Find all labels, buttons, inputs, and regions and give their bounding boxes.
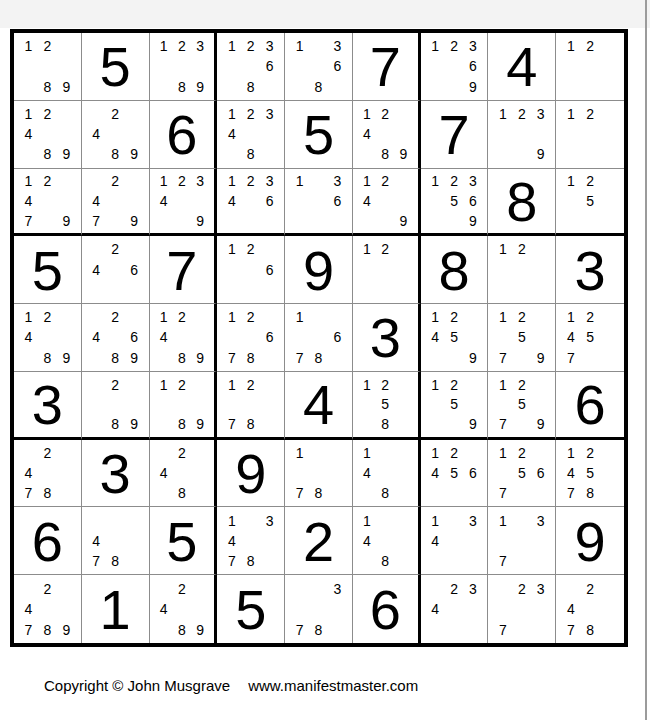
candidate-3 [531, 443, 550, 463]
candidate-5 [445, 531, 464, 551]
cell-r4c8[interactable]: 12 [488, 236, 556, 304]
cell-r6c7[interactable]: 1259 [421, 372, 489, 440]
cell-r6c4[interactable]: 1278 [217, 372, 285, 440]
candidate-3 [57, 307, 76, 327]
candidate-8: 8 [173, 414, 191, 434]
candidate-9 [260, 280, 279, 300]
candidate-4: 4 [358, 531, 376, 551]
solved-digit: 7 [370, 39, 401, 95]
candidate-7 [222, 77, 241, 97]
cell-r3c8[interactable]: 8 [488, 169, 556, 237]
candidate-3 [57, 443, 76, 463]
cell-r7c6[interactable]: 148 [353, 440, 421, 508]
candidate-7: 7 [561, 348, 580, 368]
candidate-3 [125, 307, 144, 327]
candidate-1: 1 [222, 172, 241, 192]
candidate-1: 1 [19, 104, 38, 124]
cell-r1c7[interactable]: 12369 [421, 33, 489, 101]
candidate-4 [561, 191, 580, 211]
candidate-5 [173, 327, 191, 347]
candidate-4: 4 [426, 599, 445, 620]
cell-r2c2[interactable]: 2489 [82, 101, 150, 169]
candidate-8 [376, 280, 394, 300]
candidate-5 [38, 191, 57, 211]
candidate-7 [155, 348, 173, 368]
candidate-6 [394, 394, 412, 414]
candidate-3 [600, 172, 619, 192]
cell-r6c9[interactable]: 6 [556, 372, 624, 440]
candidate-2 [512, 510, 531, 530]
candidate-4: 4 [561, 599, 580, 620]
cell-r9c2[interactable]: 1 [82, 575, 150, 643]
cell-r4c2[interactable]: 246 [82, 236, 150, 304]
candidate-4: 4 [561, 463, 580, 483]
candidate-7: 7 [290, 483, 309, 503]
cell-r8c8[interactable]: 137 [488, 507, 556, 575]
candidate-9: 9 [125, 414, 144, 434]
cell-r1c3[interactable]: 12389 [150, 33, 218, 101]
candidate-4: 4 [155, 191, 173, 211]
cell-r4c9[interactable]: 3 [556, 236, 624, 304]
candidate-6 [191, 56, 209, 76]
candidate-7 [222, 144, 241, 164]
candidate-9: 9 [57, 144, 76, 164]
cell-r1c8[interactable]: 4 [488, 33, 556, 101]
candidate-6 [328, 463, 347, 483]
candidate-7 [87, 414, 106, 434]
candidate-1 [87, 104, 106, 124]
candidate-7 [426, 77, 445, 97]
cell-r6c8[interactable]: 12579 [488, 372, 556, 440]
candidate-2: 2 [106, 239, 125, 259]
candidate-5: 5 [580, 191, 599, 211]
candidate-9: 9 [191, 211, 209, 231]
candidate-9 [600, 211, 619, 231]
candidate-7 [426, 414, 445, 434]
solved-digit: 6 [166, 107, 197, 163]
candidate-3 [57, 36, 76, 56]
cell-r1c9[interactable]: 12 [556, 33, 624, 101]
cell-r3c9[interactable]: 125 [556, 169, 624, 237]
candidate-marks: 12369 [421, 33, 488, 100]
candidate-3 [328, 307, 347, 327]
candidate-3 [125, 375, 144, 395]
candidate-7 [561, 77, 580, 97]
candidate-8: 8 [106, 551, 125, 571]
candidate-marks: 126 [217, 236, 284, 303]
candidate-3: 3 [260, 36, 279, 56]
candidate-1: 1 [222, 36, 241, 56]
cell-r3c1[interactable]: 12479 [14, 169, 82, 237]
candidate-4 [493, 260, 512, 280]
cell-r2c8[interactable]: 1239 [488, 101, 556, 169]
candidate-8: 8 [241, 144, 260, 164]
cell-r5c7[interactable]: 12459 [421, 304, 489, 372]
candidate-5 [173, 463, 191, 483]
cell-r8c2[interactable]: 478 [82, 507, 150, 575]
candidate-6 [260, 394, 279, 414]
candidate-7: 7 [19, 483, 38, 503]
candidate-5: 5 [580, 327, 599, 347]
candidate-9 [260, 77, 279, 97]
candidate-7 [155, 77, 173, 97]
candidate-5 [376, 531, 394, 551]
cell-r4c6[interactable]: 12 [353, 236, 421, 304]
cell-r6c6[interactable]: 1258 [353, 372, 421, 440]
website-text: www.manifestmaster.com [248, 677, 418, 694]
candidate-4: 4 [222, 124, 241, 144]
candidate-9 [125, 280, 144, 300]
candidate-marks: 12567 [488, 440, 555, 507]
candidate-5 [580, 599, 599, 620]
cell-r4c7[interactable]: 8 [421, 236, 489, 304]
candidate-2 [309, 307, 328, 327]
candidate-3 [600, 104, 619, 124]
candidate-6 [191, 327, 209, 347]
candidate-4 [493, 599, 512, 620]
candidate-6 [531, 327, 550, 347]
candidate-3 [191, 307, 209, 327]
cell-r9c9[interactable]: 2478 [556, 575, 624, 643]
candidate-4: 4 [19, 599, 38, 620]
candidate-1: 1 [155, 36, 173, 56]
candidate-3 [125, 172, 144, 192]
candidate-9 [531, 280, 550, 300]
cell-r8c9[interactable]: 9 [556, 507, 624, 575]
candidate-9 [531, 483, 550, 503]
candidate-1: 1 [222, 510, 241, 530]
candidate-9: 9 [464, 414, 483, 434]
candidate-2: 2 [512, 578, 531, 599]
cell-r2c7[interactable]: 7 [421, 101, 489, 169]
cell-r6c3[interactable]: 1289 [150, 372, 218, 440]
cell-r9c5[interactable]: 378 [285, 575, 353, 643]
candidate-3 [464, 375, 483, 395]
cell-r1c6[interactable]: 7 [353, 33, 421, 101]
candidate-2: 2 [512, 239, 531, 259]
candidate-5: 5 [580, 463, 599, 483]
candidate-8 [445, 348, 464, 368]
candidate-7: 7 [493, 348, 512, 368]
candidate-1 [493, 578, 512, 599]
candidate-6 [394, 191, 412, 211]
cell-r8c5[interactable]: 2 [285, 507, 353, 575]
candidate-3: 3 [464, 578, 483, 599]
solved-digit: 9 [303, 243, 334, 299]
candidate-2: 2 [580, 104, 599, 124]
candidate-6 [600, 191, 619, 211]
candidate-7 [87, 144, 106, 164]
candidate-9: 9 [125, 348, 144, 368]
candidate-2: 2 [376, 239, 394, 259]
candidate-8: 8 [376, 144, 394, 164]
cell-r6c5[interactable]: 4 [285, 372, 353, 440]
candidate-8 [106, 211, 125, 231]
candidate-2: 2 [173, 443, 191, 463]
cell-r9c3[interactable]: 2489 [150, 575, 218, 643]
candidate-marks: 1259 [421, 372, 488, 437]
candidate-marks: 1278 [217, 372, 284, 437]
candidate-1: 1 [358, 239, 376, 259]
solved-digit: 7 [166, 243, 197, 299]
candidate-3: 3 [464, 36, 483, 56]
candidate-2 [309, 36, 328, 56]
candidate-8: 8 [173, 619, 191, 640]
candidate-4 [290, 599, 309, 620]
candidate-6 [328, 599, 347, 620]
candidate-5: 5 [512, 327, 531, 347]
candidate-1: 1 [222, 307, 241, 327]
cell-r7c1[interactable]: 2478 [14, 440, 82, 508]
cell-r2c6[interactable]: 12489 [353, 101, 421, 169]
cell-r8c6[interactable]: 148 [353, 507, 421, 575]
top-band [0, 0, 650, 28]
cell-r9c7[interactable]: 234 [421, 575, 489, 643]
cell-r9c1[interactable]: 24789 [14, 575, 82, 643]
candidate-marks: 378 [285, 575, 352, 643]
candidate-6 [464, 531, 483, 551]
candidate-1 [426, 578, 445, 599]
cell-r7c3[interactable]: 248 [150, 440, 218, 508]
candidate-4: 4 [155, 463, 173, 483]
cell-r6c2[interactable]: 289 [82, 372, 150, 440]
candidate-6: 6 [125, 327, 144, 347]
candidate-7 [358, 414, 376, 434]
candidate-5: 5 [445, 327, 464, 347]
candidate-9: 9 [57, 348, 76, 368]
candidate-6 [531, 599, 550, 620]
candidate-marks: 1289 [150, 372, 215, 437]
cell-r6c1[interactable]: 3 [14, 372, 82, 440]
cell-r9c8[interactable]: 237 [488, 575, 556, 643]
cell-r5c4[interactable]: 12678 [217, 304, 285, 372]
cell-r8c4[interactable]: 13478 [217, 507, 285, 575]
candidate-6: 6 [328, 56, 347, 76]
candidate-2: 2 [512, 104, 531, 124]
candidate-1: 1 [155, 172, 173, 192]
candidate-5 [241, 124, 260, 144]
solved-digit: 6 [370, 582, 401, 638]
candidate-7 [155, 483, 173, 503]
cell-r5c2[interactable]: 24689 [82, 304, 150, 372]
cell-r1c4[interactable]: 12368 [217, 33, 285, 101]
candidate-5 [241, 260, 260, 280]
cell-r7c9[interactable]: 124578 [556, 440, 624, 508]
candidate-4: 4 [19, 191, 38, 211]
candidate-7 [426, 348, 445, 368]
candidate-2 [309, 443, 328, 463]
candidate-6 [600, 599, 619, 620]
candidate-8: 8 [106, 414, 125, 434]
candidate-6 [57, 599, 76, 620]
footer: Copyright © John Musgravewww.manifestmas… [44, 677, 418, 694]
cell-r5c3[interactable]: 12489 [150, 304, 218, 372]
candidate-2: 2 [173, 172, 191, 192]
candidate-2: 2 [173, 36, 191, 56]
solved-digit: 5 [166, 514, 197, 570]
candidate-marks: 12 [556, 33, 624, 100]
cell-r9c4[interactable]: 5 [217, 575, 285, 643]
cell-r1c2[interactable]: 5 [82, 33, 150, 101]
cell-r5c9[interactable]: 12457 [556, 304, 624, 372]
candidate-6 [600, 463, 619, 483]
candidate-5 [309, 599, 328, 620]
candidate-2: 2 [173, 307, 191, 327]
cell-r7c8[interactable]: 12567 [488, 440, 556, 508]
candidate-8 [445, 619, 464, 640]
cell-r7c5[interactable]: 178 [285, 440, 353, 508]
candidate-2: 2 [512, 375, 531, 395]
candidate-marks: 1258 [353, 372, 418, 437]
cell-r2c9[interactable]: 12 [556, 101, 624, 169]
candidate-8 [241, 280, 260, 300]
candidate-6 [260, 531, 279, 551]
candidate-3: 3 [531, 510, 550, 530]
cell-r3c5[interactable]: 136 [285, 169, 353, 237]
candidate-2 [376, 443, 394, 463]
candidate-4 [561, 56, 580, 76]
cell-r3c6[interactable]: 1249 [353, 169, 421, 237]
cell-r2c4[interactable]: 12348 [217, 101, 285, 169]
candidate-8 [445, 414, 464, 434]
candidate-6: 6 [260, 56, 279, 76]
candidate-2: 2 [445, 578, 464, 599]
cell-r4c4[interactable]: 126 [217, 236, 285, 304]
solved-digit: 3 [100, 446, 131, 502]
candidate-8: 8 [38, 483, 57, 503]
candidate-8: 8 [38, 348, 57, 368]
candidate-8 [376, 211, 394, 231]
solved-digit: 4 [506, 39, 537, 95]
candidate-7 [87, 348, 106, 368]
candidate-3 [57, 172, 76, 192]
candidate-marks: 12489 [14, 304, 81, 371]
cell-r3c4[interactable]: 12346 [217, 169, 285, 237]
candidate-4 [290, 191, 309, 211]
candidate-1: 1 [426, 510, 445, 530]
candidate-4 [222, 327, 241, 347]
candidate-3 [531, 239, 550, 259]
candidate-9: 9 [125, 211, 144, 231]
candidate-1: 1 [426, 443, 445, 463]
solved-digit: 3 [32, 377, 63, 433]
cell-r7c2[interactable]: 3 [82, 440, 150, 508]
candidate-9: 9 [464, 348, 483, 368]
solved-digit: 9 [235, 446, 266, 502]
candidate-marks: 136 [285, 169, 352, 234]
candidate-marks: 24789 [14, 575, 81, 643]
cell-r5c8[interactable]: 12579 [488, 304, 556, 372]
candidate-8 [580, 144, 599, 164]
candidate-9 [328, 348, 347, 368]
candidate-marks: 1368 [285, 33, 352, 100]
cell-r5c5[interactable]: 1678 [285, 304, 353, 372]
candidate-1 [87, 239, 106, 259]
candidate-4 [155, 56, 173, 76]
candidate-marks: 2479 [82, 169, 149, 234]
cell-r1c1[interactable]: 1289 [14, 33, 82, 101]
candidate-6: 6 [464, 56, 483, 76]
candidate-9: 9 [57, 619, 76, 640]
cell-r8c7[interactable]: 134 [421, 507, 489, 575]
cell-r5c6[interactable]: 3 [353, 304, 421, 372]
candidate-7 [426, 483, 445, 503]
candidate-7 [290, 77, 309, 97]
candidate-9 [531, 551, 550, 571]
candidate-3 [125, 510, 144, 530]
candidate-9 [57, 483, 76, 503]
candidate-8: 8 [173, 348, 191, 368]
candidate-4 [493, 124, 512, 144]
candidate-9 [531, 619, 550, 640]
candidate-8 [580, 77, 599, 97]
candidate-7 [19, 144, 38, 164]
candidate-4 [493, 463, 512, 483]
cell-r4c1[interactable]: 5 [14, 236, 82, 304]
cell-r4c5[interactable]: 9 [285, 236, 353, 304]
cell-r3c7[interactable]: 123569 [421, 169, 489, 237]
cell-r1c5[interactable]: 1368 [285, 33, 353, 101]
candidate-6 [531, 124, 550, 144]
cell-r8c3[interactable]: 5 [150, 507, 218, 575]
candidate-8: 8 [309, 483, 328, 503]
candidate-marks: 12579 [488, 372, 555, 437]
candidate-3 [260, 239, 279, 259]
candidate-marks: 12459 [421, 304, 488, 371]
candidate-7: 7 [222, 414, 241, 434]
candidate-5 [445, 599, 464, 620]
cell-r7c4[interactable]: 9 [217, 440, 285, 508]
candidate-3 [394, 172, 412, 192]
candidate-8: 8 [241, 77, 260, 97]
candidate-6 [125, 394, 144, 414]
candidate-9 [600, 348, 619, 368]
cell-r5c1[interactable]: 12489 [14, 304, 82, 372]
cell-r2c1[interactable]: 12489 [14, 101, 82, 169]
candidate-6: 6 [260, 327, 279, 347]
candidate-marks: 12 [556, 101, 624, 168]
cell-r9c6[interactable]: 6 [353, 575, 421, 643]
candidate-1: 1 [290, 36, 309, 56]
candidate-5 [241, 327, 260, 347]
candidate-5 [512, 599, 531, 620]
candidate-9: 9 [57, 211, 76, 231]
candidate-marks: 12 [488, 236, 555, 303]
candidate-5 [106, 124, 125, 144]
cell-r4c3[interactable]: 7 [150, 236, 218, 304]
cell-r3c2[interactable]: 2479 [82, 169, 150, 237]
candidate-8: 8 [241, 414, 260, 434]
candidate-8: 8 [173, 483, 191, 503]
cell-r2c5[interactable]: 5 [285, 101, 353, 169]
candidate-2: 2 [38, 104, 57, 124]
candidate-8 [445, 551, 464, 571]
cell-r7c7[interactable]: 12456 [421, 440, 489, 508]
candidate-3 [600, 36, 619, 56]
candidate-9 [328, 619, 347, 640]
candidate-5 [38, 56, 57, 76]
cell-r2c3[interactable]: 6 [150, 101, 218, 169]
candidate-2: 2 [241, 36, 260, 56]
candidate-2: 2 [445, 172, 464, 192]
candidate-9 [328, 77, 347, 97]
cell-r8c1[interactable]: 6 [14, 507, 82, 575]
candidate-2 [376, 510, 394, 530]
candidate-7: 7 [222, 551, 241, 571]
candidate-7 [561, 211, 580, 231]
cell-r3c3[interactable]: 12349 [150, 169, 218, 237]
candidate-8: 8 [38, 77, 57, 97]
